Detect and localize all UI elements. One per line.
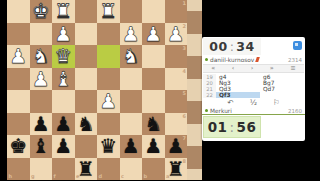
square-h2[interactable] xyxy=(7,23,30,46)
square-f8[interactable]: f xyxy=(52,158,75,181)
game-panel: 00:34 daniil-kurnosov 2314 « ‹ › » ≡ 19g… xyxy=(202,37,305,141)
top-player-row: daniil-kurnosov 2314 xyxy=(205,56,302,63)
square-h8[interactable]: h xyxy=(7,158,30,181)
square-e2[interactable] xyxy=(75,23,98,46)
square-f7[interactable]: ♟ xyxy=(52,135,75,158)
square-b2[interactable]: ♟ xyxy=(142,23,165,46)
square-d2[interactable] xyxy=(97,23,120,46)
analysis-icon-inner xyxy=(295,43,298,46)
clock-seconds: 34 xyxy=(236,39,254,54)
square-g5[interactable] xyxy=(30,90,53,113)
white-pawn: ♟ xyxy=(52,23,75,46)
square-g4[interactable]: ♟ xyxy=(30,68,53,91)
square-d6[interactable] xyxy=(97,113,120,136)
nav-last-icon[interactable]: » xyxy=(270,65,274,72)
top-player-clock: 00:34 xyxy=(203,38,261,55)
white-rook: ♜ xyxy=(52,0,75,23)
top-player-rating: 2314 xyxy=(288,57,302,63)
rank-label: 6 xyxy=(183,114,186,119)
square-b3[interactable] xyxy=(142,45,165,68)
rank-label: 1 xyxy=(183,1,186,6)
square-e4[interactable] xyxy=(75,68,98,91)
square-d8[interactable]: d xyxy=(97,158,120,181)
white-knight: ♞ xyxy=(30,45,53,68)
file-label: b xyxy=(144,174,148,179)
stream-frame: ♚♜♜1♟♟♟♟2♟♞♛♞3♟♝4♟5♟♟♞♞6♚♝♟♛♟♟♟7hgf♜edcb… xyxy=(0,0,320,180)
rank-label: 3 xyxy=(183,46,186,51)
rank-label: 7 xyxy=(183,136,186,141)
square-f2[interactable]: ♟ xyxy=(52,23,75,46)
square-d1[interactable]: ♜ xyxy=(97,0,120,23)
file-label: a xyxy=(166,174,169,179)
top-player-name[interactable]: daniil-kurnosov xyxy=(210,57,254,63)
clock-colon: : xyxy=(229,119,234,135)
file-label: g xyxy=(31,174,35,179)
black-pawn: ♟ xyxy=(120,135,143,158)
white-pawn: ♟ xyxy=(7,45,30,68)
square-b6[interactable]: ♞ xyxy=(142,113,165,136)
square-a6[interactable]: 6 xyxy=(165,113,188,136)
square-c2[interactable]: ♟ xyxy=(120,23,143,46)
square-d5[interactable]: ♟ xyxy=(97,90,120,113)
square-g1[interactable]: ♚ xyxy=(30,0,53,23)
black-knight: ♞ xyxy=(142,113,165,136)
square-a4[interactable]: 4 xyxy=(165,68,188,91)
action-bar: ↶ ½ ⚐ xyxy=(203,98,304,106)
square-f3[interactable]: ♛ xyxy=(52,45,75,68)
move-list: 19g4g620Ng3Bg721Qd3Qd722Qf3 xyxy=(203,74,304,98)
clock-seconds: 56 xyxy=(237,119,257,135)
white-king: ♚ xyxy=(30,0,53,23)
square-b5[interactable] xyxy=(142,90,165,113)
square-c8[interactable]: c xyxy=(120,158,143,181)
square-a8[interactable]: ♜8a xyxy=(165,158,188,181)
square-g3[interactable]: ♞ xyxy=(30,45,53,68)
square-b4[interactable] xyxy=(142,68,165,91)
white-pawn: ♟ xyxy=(97,90,120,113)
online-dot xyxy=(205,58,208,61)
square-e7[interactable] xyxy=(75,135,98,158)
square-c7[interactable]: ♟ xyxy=(120,135,143,158)
square-h6[interactable] xyxy=(7,113,30,136)
clock-minutes: 00 xyxy=(209,39,227,54)
square-h5[interactable] xyxy=(7,90,30,113)
analysis-icon[interactable] xyxy=(293,41,302,50)
square-f6[interactable]: ♟ xyxy=(52,113,75,136)
square-g8[interactable]: g xyxy=(30,158,53,181)
square-d7[interactable]: ♛ xyxy=(97,135,120,158)
white-bishop: ♝ xyxy=(52,68,75,91)
square-e1[interactable] xyxy=(75,0,98,23)
square-g6[interactable]: ♟ xyxy=(30,113,53,136)
square-a2[interactable]: ♟2 xyxy=(165,23,188,46)
square-a5[interactable]: 5 xyxy=(165,90,188,113)
file-label: c xyxy=(121,174,124,179)
square-e8[interactable]: ♜e xyxy=(75,158,98,181)
square-b7[interactable]: ♟ xyxy=(142,135,165,158)
square-d3[interactable] xyxy=(97,45,120,68)
square-g7[interactable]: ♝ xyxy=(30,135,53,158)
square-e5[interactable] xyxy=(75,90,98,113)
square-h3[interactable]: ♟ xyxy=(7,45,30,68)
square-c1[interactable] xyxy=(120,0,143,23)
bottom-player-row: Merkuri 2160 xyxy=(205,107,302,114)
square-a3[interactable]: 3 xyxy=(165,45,188,68)
square-c4[interactable] xyxy=(120,68,143,91)
black-bishop: ♝ xyxy=(30,135,53,158)
square-b8[interactable]: b xyxy=(142,158,165,181)
white-pawn: ♟ xyxy=(30,68,53,91)
file-label: h xyxy=(9,174,13,179)
square-h7[interactable]: ♚ xyxy=(7,135,30,158)
flair-icon xyxy=(255,57,260,62)
chess-board: ♚♜♜1♟♟♟♟2♟♞♛♞3♟♝4♟5♟♟♞♞6♚♝♟♛♟♟♟7hgf♜edcb… xyxy=(7,0,187,180)
white-rook: ♜ xyxy=(97,0,120,23)
nav-first-icon[interactable]: « xyxy=(211,65,215,72)
square-f4[interactable]: ♝ xyxy=(52,68,75,91)
square-c6[interactable] xyxy=(120,113,143,136)
file-label: f xyxy=(54,174,56,179)
rank-label: 4 xyxy=(183,69,186,74)
square-e6[interactable]: ♞ xyxy=(75,113,98,136)
bottom-player-rating: 2160 xyxy=(288,108,302,114)
black-knight: ♞ xyxy=(75,113,98,136)
black-pawn: ♟ xyxy=(142,135,165,158)
bottom-player-name[interactable]: Merkuri xyxy=(210,108,232,114)
white-queen: ♛ xyxy=(52,45,75,68)
black-pawn: ♟ xyxy=(30,113,53,136)
square-c5[interactable] xyxy=(120,90,143,113)
clock-minutes: 01 xyxy=(208,119,228,135)
rank-label: 2 xyxy=(183,24,186,29)
file-label: e xyxy=(76,174,79,179)
rank-label: 8 xyxy=(183,159,186,164)
nav-prev-icon[interactable]: ‹ xyxy=(232,65,235,72)
square-f5[interactable] xyxy=(52,90,75,113)
square-a7[interactable]: ♟7 xyxy=(165,135,188,158)
black-king: ♚ xyxy=(7,135,30,158)
board-edge-strip xyxy=(187,0,202,180)
move-nav-bar: « ‹ › » ≡ xyxy=(203,64,304,73)
rank-label: 5 xyxy=(183,91,186,96)
white-knight: ♞ xyxy=(120,45,143,68)
white-pawn: ♟ xyxy=(142,23,165,46)
square-c3[interactable]: ♞ xyxy=(120,45,143,68)
nav-next-icon[interactable]: › xyxy=(251,65,254,72)
square-d4[interactable] xyxy=(97,68,120,91)
file-label: d xyxy=(99,174,103,179)
square-e3[interactable] xyxy=(75,45,98,68)
active-player-divider xyxy=(202,114,305,115)
square-g2[interactable] xyxy=(30,23,53,46)
square-b1[interactable] xyxy=(142,0,165,23)
draw-offer-icon[interactable]: ½ xyxy=(250,98,257,107)
online-dot xyxy=(205,109,208,112)
black-pawn: ♟ xyxy=(52,113,75,136)
white-pawn: ♟ xyxy=(120,23,143,46)
nav-menu-icon[interactable]: ≡ xyxy=(290,65,295,72)
black-pawn: ♟ xyxy=(52,135,75,158)
black-queen: ♛ xyxy=(97,135,120,158)
square-f1[interactable]: ♜ xyxy=(52,0,75,23)
takeback-icon[interactable]: ↶ xyxy=(227,98,233,107)
bottom-player-clock: 01:56 xyxy=(203,116,261,138)
clock-colon: : xyxy=(230,39,235,54)
square-h4[interactable] xyxy=(7,68,30,91)
resign-flag-icon[interactable]: ⚐ xyxy=(273,98,280,107)
square-a1[interactable]: 1 xyxy=(165,0,188,23)
square-h1[interactable] xyxy=(7,0,30,23)
